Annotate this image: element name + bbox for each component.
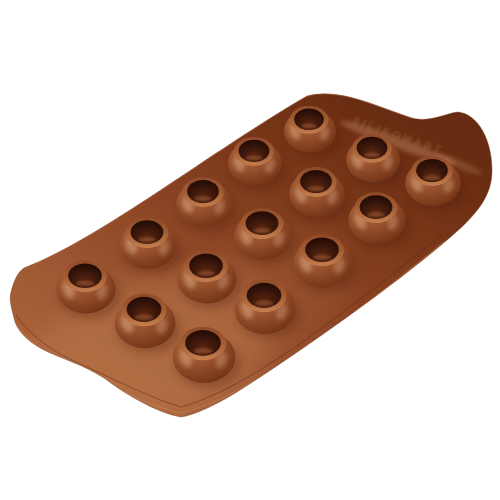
photo-background: SILIKOMART SILIKOMART <box>0 0 500 500</box>
chocolate-mold-photo: SILIKOMART SILIKOMART <box>0 0 500 500</box>
